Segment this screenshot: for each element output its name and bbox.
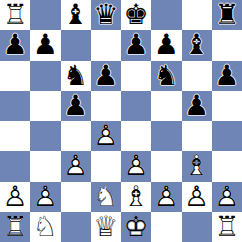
square-f6[interactable]: ♞ — [151, 61, 181, 91]
piece-white-knight: ♞♘ — [30, 212, 60, 242]
piece-outline: ♘ — [93, 183, 118, 211]
piece-black-pawn: ♟ — [30, 30, 60, 60]
square-g3[interactable]: ♝♗ — [182, 151, 212, 181]
piece-white-pawn: ♟♙ — [91, 121, 121, 151]
piece-glyph: ♛ — [93, 1, 118, 29]
piece-outline: ♖ — [214, 213, 239, 241]
square-f8[interactable] — [151, 0, 181, 30]
piece-glyph: ♟ — [33, 31, 58, 59]
piece-outline: ♔ — [124, 213, 149, 241]
square-c2[interactable] — [61, 182, 91, 212]
piece-glyph: ♟ — [214, 62, 239, 90]
piece-white-knight: ♞♘ — [91, 182, 121, 212]
square-d8[interactable]: ♛ — [91, 0, 121, 30]
piece-white-king: ♚♔ — [121, 212, 151, 242]
square-f4[interactable] — [151, 121, 181, 151]
piece-glyph: ♝ — [184, 31, 209, 59]
piece-glyph: ♟ — [154, 31, 179, 59]
square-e7[interactable]: ♟ — [121, 30, 151, 60]
square-d5[interactable] — [91, 91, 121, 121]
square-a1[interactable]: ♜♖ — [0, 212, 30, 242]
piece-outline: ♗ — [184, 152, 209, 180]
piece-white-pawn: ♟♙ — [121, 151, 151, 181]
square-g7[interactable]: ♝ — [182, 30, 212, 60]
square-a7[interactable]: ♟ — [0, 30, 30, 60]
square-b2[interactable]: ♟♙ — [30, 182, 60, 212]
square-g4[interactable] — [182, 121, 212, 151]
square-h1[interactable]: ♜♖ — [212, 212, 242, 242]
square-h8[interactable]: ♜ — [212, 0, 242, 30]
square-a5[interactable] — [0, 91, 30, 121]
square-b7[interactable]: ♟ — [30, 30, 60, 60]
piece-black-knight: ♞ — [61, 61, 91, 91]
square-h4[interactable] — [212, 121, 242, 151]
square-f2[interactable]: ♟♙ — [151, 182, 181, 212]
piece-black-bishop: ♝ — [182, 30, 212, 60]
piece-black-king: ♚ — [121, 0, 151, 30]
piece-glyph: ♟ — [63, 92, 88, 120]
square-f3[interactable] — [151, 151, 181, 181]
piece-black-rook: ♜ — [212, 0, 242, 30]
square-h5[interactable] — [212, 91, 242, 121]
square-d7[interactable] — [91, 30, 121, 60]
piece-white-bishop: ♝♗ — [182, 151, 212, 181]
square-g8[interactable] — [182, 0, 212, 30]
square-a2[interactable]: ♟♙ — [0, 182, 30, 212]
piece-black-bishop: ♝ — [61, 0, 91, 30]
square-e1[interactable]: ♚♔ — [121, 212, 151, 242]
square-e2[interactable]: ♝♗ — [121, 182, 151, 212]
piece-outline: ♙ — [214, 183, 239, 211]
square-c8[interactable]: ♝ — [61, 0, 91, 30]
piece-glyph: ♟ — [124, 31, 149, 59]
square-d2[interactable]: ♞♘ — [91, 182, 121, 212]
piece-white-rook: ♜♖ — [0, 0, 30, 30]
square-d3[interactable] — [91, 151, 121, 181]
piece-outline: ♙ — [63, 152, 88, 180]
piece-white-pawn: ♟♙ — [61, 151, 91, 181]
square-f7[interactable]: ♟ — [151, 30, 181, 60]
piece-black-knight: ♞ — [151, 61, 181, 91]
square-h6[interactable]: ♟ — [212, 61, 242, 91]
piece-outline: ♙ — [154, 183, 179, 211]
piece-outline: ♘ — [33, 213, 58, 241]
piece-white-pawn: ♟♙ — [30, 182, 60, 212]
piece-black-pawn: ♟ — [212, 61, 242, 91]
square-a4[interactable] — [0, 121, 30, 151]
square-e6[interactable] — [121, 61, 151, 91]
piece-black-pawn: ♟ — [0, 30, 30, 60]
square-d1[interactable]: ♛♕ — [91, 212, 121, 242]
square-c7[interactable] — [61, 30, 91, 60]
square-d6[interactable]: ♟ — [91, 61, 121, 91]
piece-glyph: ♚ — [124, 1, 149, 29]
square-h7[interactable] — [212, 30, 242, 60]
piece-glyph: ♞ — [154, 62, 179, 90]
piece-outline: ♗ — [124, 183, 149, 211]
piece-black-pawn: ♟ — [91, 61, 121, 91]
square-e8[interactable]: ♚ — [121, 0, 151, 30]
piece-glyph: ♞ — [63, 62, 88, 90]
square-g2[interactable]: ♟♙ — [182, 182, 212, 212]
square-b6[interactable] — [30, 61, 60, 91]
square-g1[interactable] — [182, 212, 212, 242]
square-b5[interactable] — [30, 91, 60, 121]
piece-white-pawn: ♟♙ — [151, 182, 181, 212]
square-g6[interactable] — [182, 61, 212, 91]
square-c1[interactable] — [61, 212, 91, 242]
square-a3[interactable] — [0, 151, 30, 181]
piece-outline: ♙ — [93, 122, 118, 150]
square-b4[interactable] — [30, 121, 60, 151]
square-b3[interactable] — [30, 151, 60, 181]
piece-white-queen: ♛♕ — [91, 212, 121, 242]
square-c3[interactable]: ♟♙ — [61, 151, 91, 181]
piece-white-pawn: ♟♙ — [182, 182, 212, 212]
square-a8[interactable]: ♜♖ — [0, 0, 30, 30]
piece-outline: ♙ — [33, 183, 58, 211]
square-c4[interactable] — [61, 121, 91, 151]
square-e3[interactable]: ♟♙ — [121, 151, 151, 181]
square-b1[interactable]: ♞♘ — [30, 212, 60, 242]
piece-white-bishop: ♝♗ — [121, 182, 151, 212]
chess-board-wrap: ♜♖♝♛♚♜♟♟♟♟♝♞♟♞♟♟♟♟♙♟♙♟♙♝♗♟♙♟♙♞♘♝♗♟♙♟♙♟♙♜… — [0, 0, 242, 242]
square-c6[interactable]: ♞ — [61, 61, 91, 91]
piece-outline: ♖ — [3, 1, 28, 29]
piece-glyph: ♟ — [3, 31, 28, 59]
piece-black-pawn: ♟ — [61, 91, 91, 121]
piece-glyph: ♟ — [184, 92, 209, 120]
piece-outline: ♖ — [3, 213, 28, 241]
square-d4[interactable]: ♟♙ — [91, 121, 121, 151]
chess-board: ♜♖♝♛♚♜♟♟♟♟♝♞♟♞♟♟♟♟♙♟♙♟♙♝♗♟♙♟♙♞♘♝♗♟♙♟♙♟♙♜… — [0, 0, 242, 242]
square-e5[interactable] — [121, 91, 151, 121]
square-g5[interactable]: ♟ — [182, 91, 212, 121]
piece-outline: ♙ — [184, 183, 209, 211]
square-e4[interactable] — [121, 121, 151, 151]
piece-black-queen: ♛ — [91, 0, 121, 30]
piece-outline: ♙ — [124, 152, 149, 180]
piece-white-pawn: ♟♙ — [212, 182, 242, 212]
square-f1[interactable] — [151, 212, 181, 242]
piece-black-pawn: ♟ — [151, 30, 181, 60]
square-a6[interactable] — [0, 61, 30, 91]
square-f5[interactable] — [151, 91, 181, 121]
piece-outline: ♕ — [93, 213, 118, 241]
piece-white-rook: ♜♖ — [0, 212, 30, 242]
piece-black-pawn: ♟ — [121, 30, 151, 60]
piece-glyph: ♟ — [93, 62, 118, 90]
piece-glyph: ♜ — [214, 1, 239, 29]
square-c5[interactable]: ♟ — [61, 91, 91, 121]
square-h3[interactable] — [212, 151, 242, 181]
piece-white-rook: ♜♖ — [212, 212, 242, 242]
piece-glyph: ♝ — [63, 1, 88, 29]
piece-white-pawn: ♟♙ — [0, 182, 30, 212]
piece-outline: ♙ — [3, 183, 28, 211]
square-h2[interactable]: ♟♙ — [212, 182, 242, 212]
square-b8[interactable] — [30, 0, 60, 30]
piece-black-pawn: ♟ — [182, 91, 212, 121]
